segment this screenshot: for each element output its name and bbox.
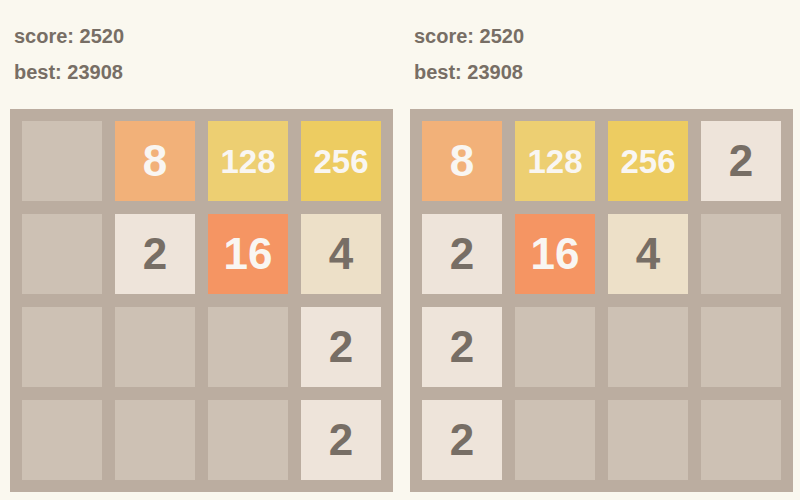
empty-cell bbox=[22, 307, 102, 387]
score-label: score: bbox=[14, 25, 74, 47]
tile-2: 2 bbox=[301, 307, 381, 387]
score-line: score: 2520 bbox=[14, 18, 393, 54]
tile-2: 2 bbox=[701, 121, 781, 201]
empty-cell bbox=[515, 400, 595, 480]
best-line: best: 23908 bbox=[14, 54, 393, 90]
tile-16: 16 bbox=[515, 214, 595, 294]
tile-2: 2 bbox=[422, 307, 502, 387]
tile-8: 8 bbox=[115, 121, 195, 201]
tile-16: 16 bbox=[208, 214, 288, 294]
empty-cell bbox=[701, 214, 781, 294]
best-line: best: 23908 bbox=[414, 54, 793, 90]
tile-2: 2 bbox=[301, 400, 381, 480]
empty-cell bbox=[115, 400, 195, 480]
tile-2: 2 bbox=[115, 214, 195, 294]
tile-2: 2 bbox=[422, 400, 502, 480]
best-label: best: bbox=[14, 61, 62, 83]
empty-cell bbox=[608, 307, 688, 387]
best-value: 23908 bbox=[467, 61, 523, 83]
board-left[interactable]: 8128256216422 bbox=[10, 109, 393, 492]
empty-cell bbox=[22, 400, 102, 480]
score-line: score: 2520 bbox=[414, 18, 793, 54]
app: score: 2520 best: 23908 8128256216422 sc… bbox=[0, 0, 800, 492]
score-value: 2520 bbox=[480, 25, 525, 47]
tile-256: 256 bbox=[301, 121, 381, 201]
tile-4: 4 bbox=[301, 214, 381, 294]
best-label: best: bbox=[414, 61, 462, 83]
score-value: 2520 bbox=[80, 25, 125, 47]
panel-left: score: 2520 best: 23908 8128256216422 bbox=[10, 0, 393, 492]
board-right[interactable]: 81282562216422 bbox=[410, 109, 793, 492]
empty-cell bbox=[115, 307, 195, 387]
score-panel-right: score: 2520 best: 23908 bbox=[410, 0, 793, 90]
score-label: score: bbox=[414, 25, 474, 47]
tile-2: 2 bbox=[422, 214, 502, 294]
score-panel-left: score: 2520 best: 23908 bbox=[10, 0, 393, 90]
empty-cell bbox=[22, 214, 102, 294]
empty-cell bbox=[515, 307, 595, 387]
empty-cell bbox=[208, 400, 288, 480]
tile-4: 4 bbox=[608, 214, 688, 294]
tile-8: 8 bbox=[422, 121, 502, 201]
tile-128: 128 bbox=[515, 121, 595, 201]
tile-256: 256 bbox=[608, 121, 688, 201]
tile-128: 128 bbox=[208, 121, 288, 201]
empty-cell bbox=[608, 400, 688, 480]
best-value: 23908 bbox=[67, 61, 123, 83]
empty-cell bbox=[208, 307, 288, 387]
panel-right: score: 2520 best: 23908 81282562216422 bbox=[410, 0, 793, 492]
empty-cell bbox=[22, 121, 102, 201]
empty-cell bbox=[701, 400, 781, 480]
empty-cell bbox=[701, 307, 781, 387]
